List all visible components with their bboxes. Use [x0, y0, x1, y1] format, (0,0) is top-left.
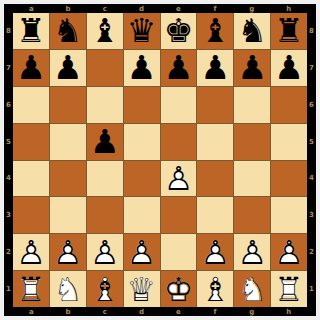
- square-d4[interactable]: [124, 161, 160, 197]
- file-label-c: c: [87, 307, 124, 316]
- black-pawn-piece[interactable]: ♟: [87, 124, 123, 160]
- piece-glyph-fill-icon: ♟: [50, 234, 86, 270]
- piece-glyph-fill-icon: ♚: [161, 271, 197, 307]
- rank-label-4: 4: [4, 160, 13, 197]
- square-b1[interactable]: ♞♘: [50, 271, 86, 307]
- file-label-h: h: [270, 307, 307, 316]
- white-bishop-piece[interactable]: ♝♗: [197, 271, 233, 307]
- white-pawn-piece[interactable]: ♟♙: [124, 234, 160, 270]
- white-pawn-piece[interactable]: ♟♙: [13, 234, 49, 270]
- square-a1[interactable]: ♜♖: [13, 271, 49, 307]
- file-labels-top: abcdefgh: [13, 4, 307, 13]
- piece-glyph-fill-icon: ♟: [271, 234, 307, 270]
- square-e3[interactable]: [161, 197, 197, 233]
- black-pawn-piece[interactable]: ♟: [234, 50, 270, 86]
- square-f8[interactable]: ♝: [197, 13, 233, 49]
- piece-glyph-fill-icon: ♟: [13, 50, 49, 86]
- white-bishop-piece[interactable]: ♝♗: [87, 271, 123, 307]
- square-c6[interactable]: [87, 87, 123, 123]
- rank-label-5: 5: [307, 123, 316, 160]
- square-b5[interactable]: [50, 124, 86, 160]
- rank-labels-left: 87654321: [4, 13, 13, 307]
- piece-glyph-fill-icon: ♟: [50, 50, 86, 86]
- black-pawn-piece[interactable]: ♟: [124, 50, 160, 86]
- black-pawn-piece[interactable]: ♟: [197, 50, 233, 86]
- file-label-h: h: [270, 4, 307, 13]
- rank-label-3: 3: [307, 197, 316, 234]
- white-pawn-piece[interactable]: ♟♙: [197, 234, 233, 270]
- piece-glyph-outline-icon: ♘: [234, 271, 270, 307]
- square-c2[interactable]: ♟♙: [87, 234, 123, 270]
- square-a7[interactable]: ♟: [13, 50, 49, 86]
- square-a8[interactable]: ♜: [13, 13, 49, 49]
- file-label-f: f: [197, 4, 234, 13]
- black-knight-piece[interactable]: ♞: [234, 13, 270, 49]
- square-h3[interactable]: [271, 197, 307, 233]
- white-rook-piece[interactable]: ♜♖: [13, 271, 49, 307]
- piece-glyph-fill-icon: ♟: [197, 50, 233, 86]
- file-label-e: e: [160, 307, 197, 316]
- square-e7[interactable]: ♟: [161, 50, 197, 86]
- square-d5[interactable]: [124, 124, 160, 160]
- square-b7[interactable]: ♟: [50, 50, 86, 86]
- square-c4[interactable]: [87, 161, 123, 197]
- square-f2[interactable]: ♟♙: [197, 234, 233, 270]
- square-e4[interactable]: ♟♙: [161, 161, 197, 197]
- square-g7[interactable]: ♟: [234, 50, 270, 86]
- rank-label-8: 8: [4, 13, 13, 50]
- piece-glyph-fill-icon: ♟: [13, 234, 49, 270]
- file-label-b: b: [50, 307, 87, 316]
- file-label-d: d: [123, 4, 160, 13]
- white-knight-piece[interactable]: ♞♘: [234, 271, 270, 307]
- file-label-a: a: [13, 4, 50, 13]
- black-pawn-piece[interactable]: ♟: [13, 50, 49, 86]
- piece-glyph-fill-icon: ♜: [271, 13, 307, 49]
- white-pawn-piece[interactable]: ♟♙: [161, 161, 197, 197]
- piece-glyph-fill-icon: ♜: [13, 13, 49, 49]
- square-f1[interactable]: ♝♗: [197, 271, 233, 307]
- square-g2[interactable]: ♟♙: [234, 234, 270, 270]
- piece-glyph-outline-icon: ♙: [271, 234, 307, 270]
- white-pawn-piece[interactable]: ♟♙: [87, 234, 123, 270]
- file-label-d: d: [123, 307, 160, 316]
- square-h6[interactable]: [271, 87, 307, 123]
- rank-label-6: 6: [307, 87, 316, 124]
- rank-label-7: 7: [307, 50, 316, 87]
- piece-glyph-outline-icon: ♙: [197, 234, 233, 270]
- rank-label-8: 8: [307, 13, 316, 50]
- square-f4[interactable]: [197, 161, 233, 197]
- piece-glyph-outline-icon: ♖: [271, 271, 307, 307]
- square-a2[interactable]: ♟♙: [13, 234, 49, 270]
- square-e2[interactable]: [161, 234, 197, 270]
- black-bishop-piece[interactable]: ♝: [87, 13, 123, 49]
- square-g3[interactable]: [234, 197, 270, 233]
- square-g5[interactable]: [234, 124, 270, 160]
- white-rook-piece[interactable]: ♜♖: [271, 271, 307, 307]
- square-d6[interactable]: [124, 87, 160, 123]
- piece-glyph-fill-icon: ♜: [271, 271, 307, 307]
- piece-glyph-outline-icon: ♔: [161, 271, 197, 307]
- square-h2[interactable]: ♟♙: [271, 234, 307, 270]
- white-queen-piece[interactable]: ♛♕: [124, 271, 160, 307]
- piece-glyph-fill-icon: ♞: [50, 13, 86, 49]
- file-label-f: f: [197, 307, 234, 316]
- rank-label-2: 2: [307, 234, 316, 271]
- chess-app: abcdefgh abcdefgh 87654321 87654321 ♜♞♝♛…: [0, 0, 320, 320]
- piece-glyph-fill-icon: ♟: [124, 234, 160, 270]
- piece-glyph-fill-icon: ♟: [234, 50, 270, 86]
- square-h8[interactable]: ♜: [271, 13, 307, 49]
- black-pawn-piece[interactable]: ♟: [161, 50, 197, 86]
- square-g6[interactable]: [234, 87, 270, 123]
- piece-glyph-fill-icon: ♟: [161, 161, 197, 197]
- piece-glyph-fill-icon: ♟: [271, 50, 307, 86]
- square-a3[interactable]: [13, 197, 49, 233]
- piece-glyph-fill-icon: ♝: [197, 271, 233, 307]
- black-rook-piece[interactable]: ♜: [271, 13, 307, 49]
- piece-glyph-fill-icon: ♟: [161, 50, 197, 86]
- piece-glyph-fill-icon: ♟: [87, 234, 123, 270]
- square-d8[interactable]: ♛: [124, 13, 160, 49]
- square-g4[interactable]: [234, 161, 270, 197]
- white-pawn-piece[interactable]: ♟♙: [234, 234, 270, 270]
- file-label-a: a: [13, 307, 50, 316]
- square-a6[interactable]: [13, 87, 49, 123]
- white-pawn-piece[interactable]: ♟♙: [50, 234, 86, 270]
- rank-label-1: 1: [307, 270, 316, 307]
- square-g1[interactable]: ♞♘: [234, 271, 270, 307]
- square-h7[interactable]: ♟: [271, 50, 307, 86]
- piece-glyph-outline-icon: ♙: [124, 234, 160, 270]
- rank-labels-right: 87654321: [307, 13, 316, 307]
- square-e5[interactable]: [161, 124, 197, 160]
- piece-glyph-fill-icon: ♟: [87, 124, 123, 160]
- square-g8[interactable]: ♞: [234, 13, 270, 49]
- square-h5[interactable]: [271, 124, 307, 160]
- piece-glyph-fill-icon: ♛: [124, 13, 160, 49]
- square-e6[interactable]: [161, 87, 197, 123]
- square-b8[interactable]: ♞: [50, 13, 86, 49]
- black-rook-piece[interactable]: ♜: [13, 13, 49, 49]
- white-king-piece[interactable]: ♚♔: [161, 271, 197, 307]
- black-pawn-piece[interactable]: ♟: [50, 50, 86, 86]
- square-c7[interactable]: [87, 50, 123, 86]
- file-labels-bottom: abcdefgh: [13, 307, 307, 316]
- square-a5[interactable]: [13, 124, 49, 160]
- square-h1[interactable]: ♜♖: [271, 271, 307, 307]
- square-h4[interactable]: [271, 161, 307, 197]
- square-e8[interactable]: ♚: [161, 13, 197, 49]
- rank-label-7: 7: [4, 50, 13, 87]
- piece-glyph-fill-icon: ♟: [124, 50, 160, 86]
- rank-label-4: 4: [307, 160, 316, 197]
- square-b6[interactable]: [50, 87, 86, 123]
- square-d3[interactable]: [124, 197, 160, 233]
- piece-glyph-fill-icon: ♝: [197, 13, 233, 49]
- piece-glyph-outline-icon: ♗: [87, 271, 123, 307]
- piece-glyph-fill-icon: ♝: [87, 271, 123, 307]
- file-label-e: e: [160, 4, 197, 13]
- square-c8[interactable]: ♝: [87, 13, 123, 49]
- piece-glyph-outline-icon: ♙: [87, 234, 123, 270]
- square-f6[interactable]: [197, 87, 233, 123]
- rank-label-5: 5: [4, 123, 13, 160]
- piece-glyph-fill-icon: ♞: [234, 271, 270, 307]
- black-bishop-piece[interactable]: ♝: [197, 13, 233, 49]
- file-label-g: g: [234, 307, 271, 316]
- square-c1[interactable]: ♝♗: [87, 271, 123, 307]
- black-knight-piece[interactable]: ♞: [50, 13, 86, 49]
- piece-glyph-fill-icon: ♝: [87, 13, 123, 49]
- piece-glyph-outline-icon: ♕: [124, 271, 160, 307]
- piece-glyph-fill-icon: ♟: [197, 234, 233, 270]
- square-d2[interactable]: ♟♙: [124, 234, 160, 270]
- square-d1[interactable]: ♛♕: [124, 271, 160, 307]
- square-b3[interactable]: [50, 197, 86, 233]
- square-c5[interactable]: ♟: [87, 124, 123, 160]
- piece-glyph-fill-icon: ♞: [234, 13, 270, 49]
- square-f7[interactable]: ♟: [197, 50, 233, 86]
- file-label-g: g: [234, 4, 271, 13]
- piece-glyph-fill-icon: ♜: [13, 271, 49, 307]
- piece-glyph-outline-icon: ♙: [13, 234, 49, 270]
- piece-glyph-outline-icon: ♖: [13, 271, 49, 307]
- rank-label-2: 2: [4, 234, 13, 271]
- square-f5[interactable]: [197, 124, 233, 160]
- black-king-piece[interactable]: ♚: [161, 13, 197, 49]
- piece-glyph-fill-icon: ♚: [161, 13, 197, 49]
- piece-glyph-fill-icon: ♞: [50, 271, 86, 307]
- black-queen-piece[interactable]: ♛: [124, 13, 160, 49]
- square-f3[interactable]: [197, 197, 233, 233]
- white-knight-piece[interactable]: ♞♘: [50, 271, 86, 307]
- rank-label-1: 1: [4, 270, 13, 307]
- square-e1[interactable]: ♚♔: [161, 271, 197, 307]
- piece-glyph-fill-icon: ♟: [234, 234, 270, 270]
- piece-glyph-outline-icon: ♘: [50, 271, 86, 307]
- square-b2[interactable]: ♟♙: [50, 234, 86, 270]
- square-d7[interactable]: ♟: [124, 50, 160, 86]
- square-b4[interactable]: [50, 161, 86, 197]
- piece-glyph-outline-icon: ♗: [197, 271, 233, 307]
- square-c3[interactable]: [87, 197, 123, 233]
- black-pawn-piece[interactable]: ♟: [271, 50, 307, 86]
- piece-glyph-outline-icon: ♙: [234, 234, 270, 270]
- chess-board: ♜♞♝♛♚♝♞♜♟♟♟♟♟♟♟♟♟♙♟♙♟♙♟♙♟♙♟♙♟♙♟♙♜♖♞♘♝♗♛♕…: [13, 13, 307, 307]
- rank-label-6: 6: [4, 87, 13, 124]
- white-pawn-piece[interactable]: ♟♙: [271, 234, 307, 270]
- square-a4[interactable]: [13, 161, 49, 197]
- piece-glyph-outline-icon: ♙: [50, 234, 86, 270]
- piece-glyph-fill-icon: ♛: [124, 271, 160, 307]
- file-label-b: b: [50, 4, 87, 13]
- file-label-c: c: [87, 4, 124, 13]
- piece-glyph-outline-icon: ♙: [161, 161, 197, 197]
- rank-label-3: 3: [4, 197, 13, 234]
